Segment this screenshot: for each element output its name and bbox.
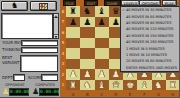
- white-piece: ♟: [112, 69, 120, 79]
- file-label-h: H: [166, 90, 180, 98]
- board-icon-button[interactable]: [30, 1, 57, 11]
- white-piece: ♟: [69, 69, 77, 79]
- best-variant-box: [20, 55, 58, 72]
- opponent-clock-display: 0:00:00: [9, 88, 29, 96]
- square-c3[interactable]: [95, 59, 109, 70]
- square-c7[interactable]: ♟: [95, 17, 109, 28]
- black-piece: ♟: [112, 17, 120, 27]
- depth-value-box: [13, 74, 25, 81]
- level-menu-item-label: 20 MOVES IN 60 MINUTES: [126, 59, 171, 63]
- file-label-a: A: [66, 90, 80, 98]
- square-a8[interactable]: ♜: [66, 6, 80, 17]
- white-piece: ♜: [169, 80, 177, 90]
- square-b4[interactable]: [80, 48, 94, 59]
- white-piece: ♟: [83, 69, 91, 79]
- file-label-g: G: [152, 90, 166, 98]
- score-value-box: [41, 74, 58, 81]
- levels-dropdown-menu: ✓40 MOVES IN 30 MINUTES40 MOVES IN 60 MI…: [120, 6, 180, 72]
- file-label-d: D: [109, 90, 123, 98]
- file-label-c: C: [95, 90, 109, 98]
- knight-icon: ♞: [11, 2, 18, 10]
- square-c2[interactable]: ♟: [95, 69, 109, 80]
- square-h1[interactable]: ♜: [166, 80, 180, 91]
- your-move-input[interactable]: [21, 40, 58, 46]
- menu-game[interactable]: GAME: [104, 0, 121, 6]
- square-b1[interactable]: ♞: [80, 80, 94, 91]
- square-b8[interactable]: ♞: [80, 6, 94, 17]
- square-c5[interactable]: [95, 38, 109, 49]
- black-piece: ♟: [83, 17, 91, 27]
- square-a2[interactable]: ♟: [66, 69, 80, 80]
- chess-app-window: ♞ ▲ ▼ YOUR MOVE THINKING BEST VARIANT DE…: [0, 0, 180, 98]
- white-piece: ♝: [98, 80, 106, 90]
- white-piece: ♝: [140, 80, 148, 90]
- level-menu-item-label: 1 MOVE IN 5 MINUTES: [126, 47, 165, 51]
- thinking-field[interactable]: [21, 47, 58, 53]
- black-piece: ♜: [69, 6, 77, 16]
- white-piece: ♟: [98, 69, 106, 79]
- file-label-f: F: [137, 90, 151, 98]
- square-b3[interactable]: [80, 59, 94, 70]
- white-piece: ♜: [69, 80, 77, 90]
- file-label-e: E: [123, 90, 137, 98]
- square-c4[interactable]: [95, 48, 109, 59]
- square-a4[interactable]: [66, 48, 80, 59]
- level-menu-item-label: 40 MOVES IN 150 MINUTES: [126, 34, 174, 38]
- thinking-label: THINKING: [2, 48, 22, 52]
- white-piece: ♛: [112, 80, 120, 90]
- square-b5[interactable]: [80, 38, 94, 49]
- level-menu-item[interactable]: ENTER MINUTES AND MOVES: [121, 65, 179, 71]
- white-piece: ♞: [83, 80, 91, 90]
- mini-board-icon: [39, 3, 48, 10]
- square-b7[interactable]: ♟: [80, 17, 94, 28]
- menu-edit[interactable]: EDIT: [84, 0, 98, 6]
- square-a1[interactable]: ♜: [66, 80, 80, 91]
- square-d1[interactable]: ♛: [109, 80, 123, 91]
- square-a7[interactable]: ♟: [66, 17, 80, 28]
- black-piece: ♟: [69, 17, 77, 27]
- white-piece: ♞: [155, 80, 163, 90]
- move-list-scrollbar[interactable]: ▲ ▼: [53, 13, 59, 39]
- level-menu-item-label: ENTER MINUTES AND MOVES: [126, 66, 177, 70]
- score-label: SCORE: [28, 76, 42, 80]
- square-f1[interactable]: ♝: [137, 80, 151, 91]
- square-b6[interactable]: [80, 27, 94, 38]
- level-menu-item-label: 40 MOVES IN 180 MINUTES: [126, 40, 174, 44]
- square-a3[interactable]: [66, 59, 80, 70]
- level-menu-item-label: 40 MOVES IN 90 MINUTES: [126, 21, 171, 25]
- square-c8[interactable]: ♝: [95, 6, 109, 17]
- black-piece: ♛: [112, 6, 120, 16]
- square-c6[interactable]: [95, 27, 109, 38]
- square-b2[interactable]: ♟: [80, 69, 94, 80]
- move-list-box[interactable]: [1, 13, 53, 39]
- level-menu-item-label: 40 MOVES IN 60 MINUTES: [126, 15, 171, 19]
- square-c1[interactable]: ♝: [95, 80, 109, 91]
- level-menu-item-label: 1 MOVE IN 10 MINUTES: [126, 53, 167, 57]
- file-label-b: B: [80, 90, 94, 98]
- scroll-down-icon[interactable]: ▼: [54, 34, 58, 38]
- computer-clock-display: 0:00:00: [39, 88, 59, 96]
- square-a6[interactable]: [66, 27, 80, 38]
- level-menu-item-label: 40 MOVES IN 30 MINUTES: [126, 8, 171, 12]
- square-g1[interactable]: ♞: [152, 80, 166, 91]
- black-piece: ♝: [98, 6, 106, 16]
- level-menu-item-label: 40 MOVES IN 120 MINUTES: [126, 27, 174, 31]
- menu-file[interactable]: FILE: [63, 0, 76, 6]
- scroll-up-icon[interactable]: ▲: [54, 14, 58, 18]
- square-a5[interactable]: [66, 38, 80, 49]
- left-info-panel: ♞ ▲ ▼ YOUR MOVE THINKING BEST VARIANT DE…: [0, 0, 60, 98]
- black-piece: ♞: [83, 6, 91, 16]
- black-piece: ♟: [98, 17, 106, 27]
- best-variant-label-line2: VARIANT: [2, 61, 19, 65]
- file-labels: ABCDEFGH: [66, 90, 180, 98]
- white-piece: ♚: [126, 80, 134, 90]
- square-e1[interactable]: ♚: [123, 80, 137, 91]
- knight-icon-button[interactable]: ♞: [1, 1, 28, 11]
